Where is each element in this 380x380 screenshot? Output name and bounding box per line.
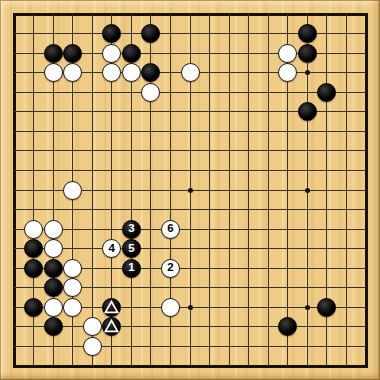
move-number-label: 3 — [128, 223, 134, 235]
star-point — [188, 188, 193, 193]
triangle-mark-icon — [103, 318, 120, 335]
star-point — [305, 70, 310, 75]
grid-line — [14, 326, 366, 327]
grid-line — [346, 14, 347, 366]
move-number-label: 6 — [167, 223, 173, 235]
white-stone[interactable]: 6 — [161, 220, 180, 239]
white-stone[interactable] — [44, 298, 63, 317]
star-point — [305, 188, 310, 193]
white-stone[interactable] — [122, 63, 141, 82]
white-stone[interactable] — [83, 317, 102, 336]
black-stone[interactable] — [317, 83, 336, 102]
black-stone[interactable] — [298, 44, 317, 63]
white-stone[interactable] — [102, 44, 121, 63]
black-stone[interactable]: 3 — [122, 220, 141, 239]
black-stone[interactable] — [44, 278, 63, 297]
star-point — [305, 305, 310, 310]
white-stone[interactable] — [63, 181, 82, 200]
white-stone[interactable] — [63, 259, 82, 278]
white-stone[interactable] — [24, 220, 43, 239]
black-stone[interactable] — [122, 44, 141, 63]
white-stone[interactable]: 2 — [161, 259, 180, 278]
black-stone[interactable] — [44, 317, 63, 336]
black-stone[interactable] — [44, 259, 63, 278]
move-number-label: 1 — [128, 262, 134, 274]
grid-line — [268, 14, 269, 366]
black-stone[interactable] — [102, 317, 121, 336]
star-point — [188, 305, 193, 310]
white-stone[interactable] — [161, 298, 180, 317]
black-stone[interactable]: 1 — [122, 259, 141, 278]
white-stone[interactable] — [44, 63, 63, 82]
grid-line — [14, 209, 366, 210]
grid-line — [14, 248, 366, 249]
black-stone[interactable] — [44, 44, 63, 63]
grid-line — [229, 14, 230, 366]
triangle-mark-icon — [103, 299, 120, 316]
black-stone[interactable] — [24, 259, 43, 278]
grid-line — [14, 346, 366, 347]
black-stone[interactable] — [102, 298, 121, 317]
black-stone[interactable] — [298, 102, 317, 121]
grid-line — [248, 14, 249, 366]
move-number-label: 5 — [128, 242, 134, 254]
grid-line — [209, 14, 210, 366]
move-number-label: 2 — [167, 262, 173, 274]
black-stone[interactable] — [63, 44, 82, 63]
white-stone[interactable] — [181, 63, 200, 82]
black-stone[interactable] — [24, 298, 43, 317]
white-stone[interactable] — [44, 239, 63, 258]
white-stone[interactable] — [63, 298, 82, 317]
white-stone[interactable] — [44, 220, 63, 239]
move-number-label: 4 — [109, 242, 115, 254]
grid-line — [14, 229, 366, 230]
white-stone[interactable] — [83, 337, 102, 356]
white-stone[interactable] — [278, 44, 297, 63]
black-stone[interactable] — [298, 24, 317, 43]
white-stone[interactable] — [141, 83, 160, 102]
go-board[interactable]: 364512 — [0, 0, 380, 380]
black-stone[interactable]: 5 — [122, 239, 141, 258]
